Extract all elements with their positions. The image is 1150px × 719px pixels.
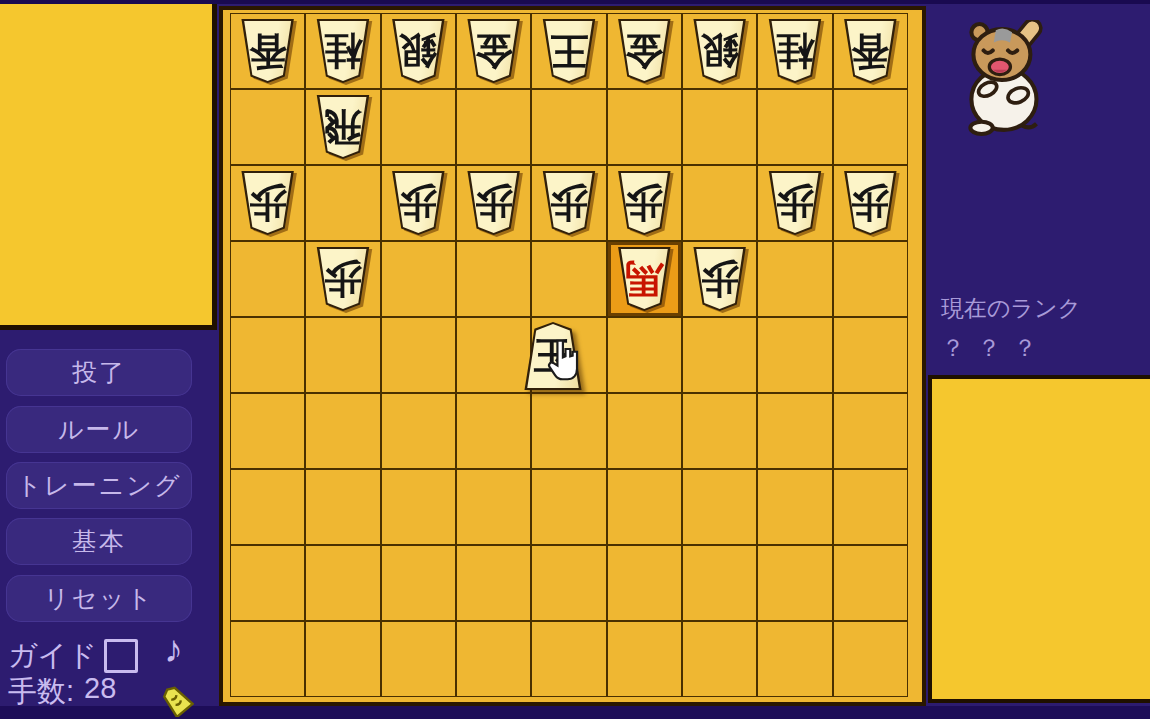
board-cell-1i[interactable] <box>833 621 908 697</box>
piece-glyph: 香 <box>249 32 287 70</box>
board-cell-8b[interactable]: 飛 <box>305 89 380 165</box>
piece-glyph: 飛 <box>324 108 362 146</box>
piece-gote-lance[interactable]: 香 <box>842 19 899 83</box>
piece-gote-promoted-bishop[interactable]: 馬 <box>616 247 673 311</box>
piece-glyph: 歩 <box>851 184 889 222</box>
board-cell-1c[interactable]: 歩 <box>833 165 908 241</box>
board-cell-1d[interactable] <box>833 241 908 317</box>
current-rank-value: ？？？ <box>941 332 1049 364</box>
board-cell-7f[interactable] <box>381 393 456 469</box>
move-counter: 手数: 28 <box>8 672 116 712</box>
hamster-mascot-icon <box>961 20 1055 138</box>
board-cell-6f[interactable] <box>456 393 531 469</box>
piece-gote-king[interactable]: 王 <box>540 19 597 83</box>
board-cell-7i[interactable] <box>381 621 456 697</box>
board-cell-1f[interactable] <box>833 393 908 469</box>
piece-gote-pawn[interactable]: 歩 <box>314 247 371 311</box>
board-cell-9e[interactable] <box>230 317 305 393</box>
board-cell-4a[interactable]: 金 <box>607 13 682 89</box>
shogi-board: 香桂銀金王金銀桂香飛歩歩歩歩歩歩歩歩馬歩 玉 <box>219 6 926 706</box>
piece-gote-pawn[interactable]: 歩 <box>616 171 673 235</box>
piece-glyph: 金 <box>625 32 663 70</box>
board-cell-3a[interactable]: 銀 <box>682 13 757 89</box>
board-cell-9h[interactable] <box>230 545 305 621</box>
board-cell-8a[interactable]: 桂 <box>305 13 380 89</box>
piece-gote-pawn[interactable]: 歩 <box>766 171 823 235</box>
piece-gote-pawn[interactable]: 歩 <box>540 171 597 235</box>
piece-gote-gold[interactable]: 金 <box>465 19 522 83</box>
board-cell-4b[interactable] <box>607 89 682 165</box>
board-cell-3e[interactable] <box>682 317 757 393</box>
rules-button[interactable]: ルール <box>6 406 192 453</box>
resign-button[interactable]: 投了 <box>6 349 192 396</box>
board-cell-8f[interactable] <box>305 393 380 469</box>
board-cell-6c[interactable]: 歩 <box>456 165 531 241</box>
board-cell-8e[interactable] <box>305 317 380 393</box>
board-cell-7e[interactable] <box>381 317 456 393</box>
shogi-app: 投了 ルール トレーニング 基本 リセット ガイド ♪ 手数: 28 香桂銀金王… <box>0 0 1150 719</box>
board-cell-6g[interactable] <box>456 469 531 545</box>
board-cell-9f[interactable] <box>230 393 305 469</box>
board-cell-9i[interactable] <box>230 621 305 697</box>
board-cell-7b[interactable] <box>381 89 456 165</box>
board-cell-3i[interactable] <box>682 621 757 697</box>
board-cell-8i[interactable] <box>305 621 380 697</box>
board-surface: 香桂銀金王金銀桂香飛歩歩歩歩歩歩歩歩馬歩 <box>223 10 922 702</box>
board-cell-3h[interactable] <box>682 545 757 621</box>
current-rank-label: 現在のランク <box>941 293 1081 324</box>
board-cell-4h[interactable] <box>607 545 682 621</box>
board-cell-9g[interactable] <box>230 469 305 545</box>
board-cell-5h[interactable] <box>531 545 606 621</box>
board-cell-5e[interactable] <box>531 317 606 393</box>
board-cell-8d[interactable]: 歩 <box>305 241 380 317</box>
board-cell-9b[interactable] <box>230 89 305 165</box>
board-cell-2c[interactable]: 歩 <box>757 165 832 241</box>
piece-glyph: 歩 <box>701 260 739 298</box>
board-cell-5c[interactable]: 歩 <box>531 165 606 241</box>
board-cell-5g[interactable] <box>531 469 606 545</box>
board-cell-8g[interactable] <box>305 469 380 545</box>
board-cell-2d[interactable] <box>757 241 832 317</box>
board-cell-7a[interactable]: 銀 <box>381 13 456 89</box>
gote-captured-piece-tray[interactable] <box>0 0 217 330</box>
piece-glyph: 銀 <box>399 32 437 70</box>
training-button[interactable]: トレーニング <box>6 462 192 509</box>
board-cell-9c[interactable]: 歩 <box>230 165 305 241</box>
board-cell-1e[interactable] <box>833 317 908 393</box>
board-cell-7d[interactable] <box>381 241 456 317</box>
piece-gote-pawn[interactable]: 歩 <box>842 171 899 235</box>
guide-label: ガイド <box>8 636 97 676</box>
board-cell-8h[interactable] <box>305 545 380 621</box>
board-cell-4g[interactable] <box>607 469 682 545</box>
board-cell-7h[interactable] <box>381 545 456 621</box>
move-count-label: 手数: <box>8 672 74 712</box>
piece-gote-pawn[interactable]: 歩 <box>691 247 748 311</box>
piece-gote-pawn[interactable]: 歩 <box>390 171 447 235</box>
piece-gote-pawn[interactable]: 歩 <box>465 171 522 235</box>
basic-button[interactable]: 基本 <box>6 518 192 565</box>
music-note-icon[interactable]: ♪ <box>164 628 183 671</box>
piece-gote-rook[interactable]: 飛 <box>314 95 371 159</box>
board-cell-5f[interactable] <box>531 393 606 469</box>
piece-glyph: 銀 <box>701 32 739 70</box>
piece-gote-knight[interactable]: 桂 <box>766 19 823 83</box>
board-cell-7g[interactable] <box>381 469 456 545</box>
piece-glyph: 歩 <box>776 184 814 222</box>
piece-gote-gold[interactable]: 金 <box>616 19 673 83</box>
board-cell-5b[interactable] <box>531 89 606 165</box>
board-cell-4f[interactable] <box>607 393 682 469</box>
board-cell-4i[interactable] <box>607 621 682 697</box>
board-cell-2b[interactable] <box>757 89 832 165</box>
piece-gote-knight[interactable]: 桂 <box>314 19 371 83</box>
piece-glyph: 桂 <box>776 32 814 70</box>
board-cell-2g[interactable] <box>757 469 832 545</box>
board-cell-3g[interactable] <box>682 469 757 545</box>
piece-gote-pawn[interactable]: 歩 <box>239 171 296 235</box>
board-cell-6h[interactable] <box>456 545 531 621</box>
board-cell-6e[interactable] <box>456 317 531 393</box>
piece-glyph: 王 <box>550 32 588 70</box>
board-cell-6d[interactable] <box>456 241 531 317</box>
board-cell-1h[interactable] <box>833 545 908 621</box>
board-cell-1g[interactable] <box>833 469 908 545</box>
board-cell-5a[interactable]: 王 <box>531 13 606 89</box>
board-cell-1a[interactable]: 香 <box>833 13 908 89</box>
piece-glyph: 歩 <box>324 260 362 298</box>
piece-sound-icon[interactable] <box>158 683 194 717</box>
board-cell-2i[interactable] <box>757 621 832 697</box>
board-cell-9a[interactable]: 香 <box>230 13 305 89</box>
board-cell-6b[interactable] <box>456 89 531 165</box>
board-grid: 香桂銀金王金銀桂香飛歩歩歩歩歩歩歩歩馬歩 <box>230 13 908 697</box>
board-cell-2e[interactable] <box>757 317 832 393</box>
board-cell-7c[interactable]: 歩 <box>381 165 456 241</box>
board-cell-1b[interactable] <box>833 89 908 165</box>
piece-gote-silver[interactable]: 銀 <box>691 19 748 83</box>
board-cell-3c[interactable] <box>682 165 757 241</box>
board-cell-5i[interactable] <box>531 621 606 697</box>
board-cell-3b[interactable] <box>682 89 757 165</box>
piece-glyph: 歩 <box>475 184 513 222</box>
board-cell-2f[interactable] <box>757 393 832 469</box>
board-cell-2a[interactable]: 桂 <box>757 13 832 89</box>
board-cell-8c[interactable] <box>305 165 380 241</box>
board-cell-4c[interactable]: 歩 <box>607 165 682 241</box>
board-cell-6a[interactable]: 金 <box>456 13 531 89</box>
piece-gote-lance[interactable]: 香 <box>239 19 296 83</box>
board-cell-5d[interactable] <box>531 241 606 317</box>
piece-glyph: 金 <box>475 32 513 70</box>
reset-button[interactable]: リセット <box>6 575 192 622</box>
piece-glyph: 桂 <box>324 32 362 70</box>
piece-glyph: 歩 <box>625 184 663 222</box>
board-cell-3f[interactable] <box>682 393 757 469</box>
piece-gote-silver[interactable]: 銀 <box>390 19 447 83</box>
piece-glyph: 歩 <box>399 184 437 222</box>
board-cell-9d[interactable] <box>230 241 305 317</box>
move-count-value: 28 <box>84 672 116 712</box>
top-divider <box>0 0 1150 4</box>
board-cell-3d[interactable]: 歩 <box>682 241 757 317</box>
board-cell-2h[interactable] <box>757 545 832 621</box>
board-cell-4d[interactable]: 馬 <box>607 241 682 317</box>
piece-glyph: 香 <box>851 32 889 70</box>
sente-captured-piece-tray[interactable] <box>928 375 1150 703</box>
piece-glyph: 歩 <box>249 184 287 222</box>
board-cell-6i[interactable] <box>456 621 531 697</box>
board-cell-4e[interactable] <box>607 317 682 393</box>
piece-glyph: 馬 <box>625 260 663 298</box>
guide-checkbox[interactable] <box>104 639 138 673</box>
piece-glyph: 歩 <box>550 184 588 222</box>
